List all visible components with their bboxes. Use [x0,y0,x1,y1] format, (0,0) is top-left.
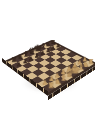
piece-black-pawn: ♟ [19,58,31,64]
square-h3 [71,55,82,61]
product-photo: ♜♞♝♛♚♝♞♜♟♟♟♟♟♟♟♟♟♟♟♟♟♟♟♟♜♞♝♛♚♝♞♜ [0,0,95,126]
piece-white-pawn: ♟ [79,56,91,62]
chess-scene: ♜♞♝♛♚♝♞♜♟♟♟♟♟♟♟♟♟♟♟♟♟♟♟♟♜♞♝♛♚♝♞♜ [5,18,95,108]
